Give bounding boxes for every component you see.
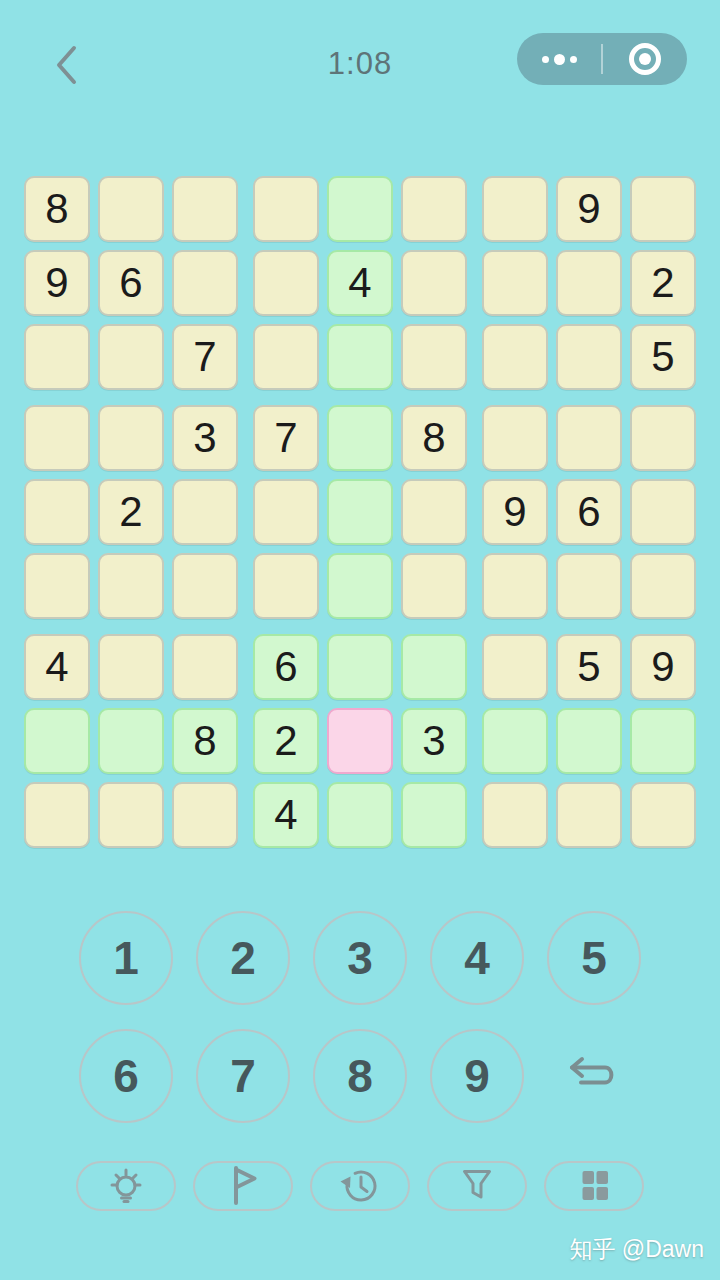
num-button-6[interactable]: 6 [79,1029,173,1123]
cell-r9c3[interactable] [172,782,238,848]
cell-r6c8[interactable] [556,553,622,619]
cell-r4c1[interactable] [24,405,90,471]
cell-r2c5[interactable]: 4 [327,250,393,316]
cell-r2c7[interactable] [482,250,548,316]
cell-r9c1[interactable] [24,782,90,848]
cell-r2c4[interactable] [253,250,319,316]
box-6: 96 [482,405,696,619]
numpad-row-1: 12345 [79,911,641,1005]
cell-r5c4[interactable] [253,479,319,545]
cell-r6c2[interactable] [98,553,164,619]
cell-r9c4[interactable]: 4 [253,782,319,848]
cell-r8c4[interactable]: 2 [253,708,319,774]
undo-arrow-icon [567,1056,621,1097]
cell-r6c3[interactable] [172,553,238,619]
num-button-1[interactable]: 1 [79,911,173,1005]
cell-r5c3[interactable] [172,479,238,545]
more-dots-icon [542,54,577,65]
box-9: 59 [482,634,696,848]
cell-r5c9[interactable] [630,479,696,545]
flag-icon [221,1163,265,1210]
cell-r8c3[interactable]: 8 [172,708,238,774]
cell-r7c3[interactable] [172,634,238,700]
cell-r3c5[interactable] [327,324,393,390]
cell-r4c8[interactable] [556,405,622,471]
cell-r3c4[interactable] [253,324,319,390]
history-icon [338,1163,382,1210]
cell-r5c2[interactable]: 2 [98,479,164,545]
numpad: 12345 6789 [0,911,720,1123]
toolbar-button-flag[interactable] [193,1161,293,1211]
cell-r4c2[interactable] [98,405,164,471]
cell-r3c2[interactable] [98,324,164,390]
cell-r1c1[interactable]: 8 [24,176,90,242]
toolbar-button-history[interactable] [310,1161,410,1211]
cell-r2c9[interactable]: 2 [630,250,696,316]
cell-r6c5[interactable] [327,553,393,619]
box-2: 4 [253,176,467,390]
num-button-5[interactable]: 5 [547,911,641,1005]
cell-r3c6[interactable] [401,324,467,390]
cell-r9c8[interactable] [556,782,622,848]
grid-icon [572,1163,616,1210]
cell-r8c2[interactable] [98,708,164,774]
undo-button[interactable] [547,1029,641,1123]
box-5: 78 [253,405,467,619]
cell-r2c3[interactable] [172,250,238,316]
cell-r6c4[interactable] [253,553,319,619]
cell-r8c7[interactable] [482,708,548,774]
num-button-7[interactable]: 7 [196,1029,290,1123]
cell-r9c9[interactable] [630,782,696,848]
cell-r9c6[interactable] [401,782,467,848]
cell-r6c1[interactable] [24,553,90,619]
toolbar [0,1161,720,1211]
cell-r3c8[interactable] [556,324,622,390]
cell-r1c5[interactable] [327,176,393,242]
cell-r3c7[interactable] [482,324,548,390]
box-8: 6234 [253,634,467,848]
cell-r1c2[interactable] [98,176,164,242]
record-circle-icon [629,43,661,75]
lightbulb-icon [104,1163,148,1210]
cell-r8c5[interactable] [327,708,393,774]
cell-r8c6[interactable]: 3 [401,708,467,774]
cell-r2c6[interactable] [401,250,467,316]
cell-r4c4[interactable]: 7 [253,405,319,471]
cell-r6c6[interactable] [401,553,467,619]
cell-r5c6[interactable] [401,479,467,545]
cell-r8c9[interactable] [630,708,696,774]
watermark: 知乎 @Dawn [569,1234,704,1265]
cell-r7c2[interactable] [98,634,164,700]
cell-r4c7[interactable] [482,405,548,471]
toolbar-button-filter[interactable] [427,1161,527,1211]
cell-r3c3[interactable]: 7 [172,324,238,390]
cell-r4c9[interactable] [630,405,696,471]
exit-button[interactable] [603,33,687,85]
cell-r7c8[interactable]: 5 [556,634,622,700]
cell-r7c1[interactable]: 4 [24,634,90,700]
cell-r4c5[interactable] [327,405,393,471]
num-button-9[interactable]: 9 [430,1029,524,1123]
cell-r9c2[interactable] [98,782,164,848]
filter-icon [455,1163,499,1210]
cell-r3c1[interactable] [24,324,90,390]
cell-r9c5[interactable] [327,782,393,848]
numpad-row-2: 6789 [79,1029,641,1123]
cell-r4c3[interactable]: 3 [172,405,238,471]
cell-r7c7[interactable] [482,634,548,700]
cell-r1c8[interactable]: 9 [556,176,622,242]
box-1: 8967 [24,176,238,390]
wechat-capsule [517,33,687,85]
cell-r5c1[interactable] [24,479,90,545]
cell-r3c9[interactable]: 5 [630,324,696,390]
cell-r4c6[interactable]: 8 [401,405,467,471]
toolbar-button-hint[interactable] [76,1161,176,1211]
sudoku-board: 8967492532789648623459 [24,176,696,848]
box-3: 925 [482,176,696,390]
cell-r8c8[interactable] [556,708,622,774]
cell-r1c6[interactable] [401,176,467,242]
more-button[interactable] [517,33,601,85]
cell-r1c3[interactable] [172,176,238,242]
cell-r5c5[interactable] [327,479,393,545]
num-button-4[interactable]: 4 [430,911,524,1005]
cell-r7c4[interactable]: 6 [253,634,319,700]
cell-r6c9[interactable] [630,553,696,619]
box-7: 48 [24,634,238,848]
cell-r2c8[interactable] [556,250,622,316]
cell-r2c2[interactable]: 6 [98,250,164,316]
num-button-2[interactable]: 2 [196,911,290,1005]
toolbar-button-layout[interactable] [544,1161,644,1211]
box-4: 32 [24,405,238,619]
cell-r2c1[interactable]: 9 [24,250,90,316]
cell-r6c7[interactable] [482,553,548,619]
cell-r8c1[interactable] [24,708,90,774]
cell-r7c6[interactable] [401,634,467,700]
cell-r9c7[interactable] [482,782,548,848]
cell-r1c4[interactable] [253,176,319,242]
cell-r1c7[interactable] [482,176,548,242]
sudoku-app: 1:08 8967492532789648623459 12345 6789 [0,0,720,1280]
cell-r7c5[interactable] [327,634,393,700]
cell-r5c8[interactable]: 6 [556,479,622,545]
cell-r7c9[interactable]: 9 [630,634,696,700]
num-button-8[interactable]: 8 [313,1029,407,1123]
num-button-3[interactable]: 3 [313,911,407,1005]
cell-r1c9[interactable] [630,176,696,242]
cell-r5c7[interactable]: 9 [482,479,548,545]
